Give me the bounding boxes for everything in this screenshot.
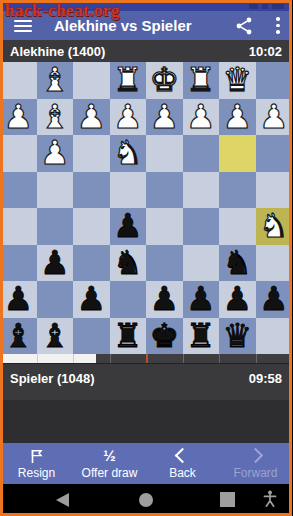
forward-button[interactable]: Forward bbox=[219, 443, 292, 484]
square-f3[interactable] bbox=[73, 135, 110, 172]
android-recents-icon[interactable] bbox=[220, 492, 235, 507]
overflow-menu-icon[interactable] bbox=[276, 17, 280, 34]
chess-board[interactable]: ♝♜♚♜♛♟♝♟♟♟♟♟♟♟♞♟♞♟♞♞♟♟♟♟♟♟♝♝♜♚♜♛ bbox=[0, 62, 292, 354]
progress-divider bbox=[183, 354, 184, 363]
android-nav-bar bbox=[0, 484, 292, 516]
white-pawn: ♟ bbox=[0, 99, 37, 136]
android-back-icon[interactable] bbox=[56, 493, 69, 507]
square-f5[interactable] bbox=[73, 208, 110, 245]
square-g7[interactable] bbox=[37, 281, 74, 318]
player-name: Spieler (1048) bbox=[10, 371, 95, 386]
square-c7[interactable]: ♟ bbox=[183, 281, 220, 318]
player-clock: 09:58 bbox=[249, 371, 282, 386]
black-rook: ♜ bbox=[110, 318, 147, 355]
square-d5[interactable] bbox=[146, 208, 183, 245]
square-a4[interactable] bbox=[256, 172, 293, 209]
white-pawn: ♟ bbox=[73, 99, 110, 136]
black-bishop: ♝ bbox=[0, 318, 37, 355]
square-h3[interactable] bbox=[0, 135, 37, 172]
white-queen: ♛ bbox=[219, 62, 256, 99]
white-pawn: ♟ bbox=[183, 99, 220, 136]
square-e7[interactable] bbox=[110, 281, 147, 318]
opponent-bar: Alekhine (1400) 10:02 bbox=[0, 40, 292, 62]
bottom-toolbar: Resign ½ Offer draw Back Forward bbox=[0, 443, 292, 484]
offer-draw-label: Offer draw bbox=[82, 466, 138, 480]
square-g4[interactable] bbox=[37, 172, 74, 209]
black-pawn: ♟ bbox=[73, 281, 110, 318]
square-b3[interactable] bbox=[219, 135, 256, 172]
signal-icon bbox=[249, 4, 258, 9]
black-knight: ♞ bbox=[110, 245, 147, 282]
square-a2[interactable]: ♟ bbox=[256, 99, 293, 136]
square-d3[interactable] bbox=[146, 135, 183, 172]
half-point-icon: ½ bbox=[103, 447, 116, 464]
back-label: Back bbox=[169, 466, 196, 480]
white-pawn: ♟ bbox=[110, 99, 147, 136]
square-h2[interactable]: ♟ bbox=[0, 99, 37, 136]
square-h5[interactable] bbox=[0, 208, 37, 245]
progress-divider bbox=[219, 354, 220, 363]
black-bishop: ♝ bbox=[37, 318, 74, 355]
square-g8[interactable]: ♝ bbox=[37, 318, 74, 355]
battery-icon bbox=[262, 4, 268, 9]
progress-thumb[interactable] bbox=[0, 354, 96, 363]
square-a1[interactable] bbox=[256, 62, 293, 99]
square-h8[interactable]: ♝ bbox=[0, 318, 37, 355]
square-b7[interactable]: ♟ bbox=[219, 281, 256, 318]
square-c6[interactable] bbox=[183, 245, 220, 282]
square-d2[interactable]: ♟ bbox=[146, 99, 183, 136]
square-f6[interactable] bbox=[73, 245, 110, 282]
black-king: ♚ bbox=[146, 318, 183, 355]
square-b8[interactable]: ♛ bbox=[219, 318, 256, 355]
player-bar: Spieler (1048) 09:58 bbox=[0, 364, 292, 400]
black-pawn: ♟ bbox=[256, 281, 293, 318]
square-d6[interactable] bbox=[146, 245, 183, 282]
square-g6[interactable]: ♟ bbox=[37, 245, 74, 282]
square-e5[interactable]: ♟ bbox=[110, 208, 147, 245]
square-h6[interactable] bbox=[0, 245, 37, 282]
accessibility-icon[interactable] bbox=[261, 489, 279, 509]
white-pawn: ♟ bbox=[37, 135, 74, 172]
white-bishop: ♝ bbox=[37, 99, 74, 136]
square-c1[interactable]: ♜ bbox=[183, 62, 220, 99]
square-e3[interactable]: ♞ bbox=[110, 135, 147, 172]
white-knight: ♞ bbox=[256, 208, 293, 245]
white-rook: ♜ bbox=[110, 62, 147, 99]
progress-divider bbox=[256, 354, 257, 363]
chevron-left-icon bbox=[177, 447, 188, 464]
square-a8[interactable] bbox=[256, 318, 293, 355]
square-b2[interactable]: ♟ bbox=[219, 99, 256, 136]
black-pawn: ♟ bbox=[37, 245, 74, 282]
square-d7[interactable]: ♟ bbox=[146, 281, 183, 318]
back-button[interactable]: Back bbox=[146, 443, 219, 484]
black-rook: ♜ bbox=[183, 318, 220, 355]
resign-button[interactable]: Resign bbox=[0, 443, 73, 484]
share-icon[interactable] bbox=[234, 16, 254, 36]
white-pawn: ♟ bbox=[219, 99, 256, 136]
square-c2[interactable]: ♟ bbox=[183, 99, 220, 136]
resign-label: Resign bbox=[18, 466, 55, 480]
white-pawn: ♟ bbox=[256, 99, 293, 136]
square-g3[interactable]: ♟ bbox=[37, 135, 74, 172]
square-b1[interactable]: ♛ bbox=[219, 62, 256, 99]
black-pawn: ♟ bbox=[0, 281, 37, 318]
square-a3[interactable] bbox=[256, 135, 293, 172]
square-b5[interactable] bbox=[219, 208, 256, 245]
square-e8[interactable]: ♜ bbox=[110, 318, 147, 355]
square-b4[interactable] bbox=[219, 172, 256, 209]
square-e1[interactable]: ♜ bbox=[110, 62, 147, 99]
black-pawn: ♟ bbox=[146, 281, 183, 318]
forward-label: Forward bbox=[233, 466, 277, 480]
progress-divider bbox=[110, 354, 111, 363]
opponent-clock: 10:02 bbox=[249, 44, 282, 59]
square-c4[interactable] bbox=[183, 172, 220, 209]
watermark-text: hack-cheat.org bbox=[5, 1, 120, 21]
white-pawn: ♟ bbox=[146, 99, 183, 136]
square-c3[interactable] bbox=[183, 135, 220, 172]
white-rook: ♜ bbox=[183, 62, 220, 99]
progress-divider bbox=[37, 354, 38, 363]
black-pawn: ♟ bbox=[110, 208, 147, 245]
square-f8[interactable] bbox=[73, 318, 110, 355]
chess-app-screen: hack-cheat.org Alekhine vs Spieler Alekh… bbox=[0, 0, 292, 516]
square-g5[interactable] bbox=[37, 208, 74, 245]
square-c8[interactable]: ♜ bbox=[183, 318, 220, 355]
square-a7[interactable]: ♟ bbox=[256, 281, 293, 318]
square-f7[interactable]: ♟ bbox=[73, 281, 110, 318]
square-h7[interactable]: ♟ bbox=[0, 281, 37, 318]
clock-icon bbox=[272, 4, 284, 9]
offer-draw-button[interactable]: ½ Offer draw bbox=[73, 443, 146, 484]
black-pawn: ♟ bbox=[219, 281, 256, 318]
move-list-area bbox=[0, 400, 292, 443]
white-bishop: ♝ bbox=[37, 62, 74, 99]
square-g1[interactable]: ♝ bbox=[37, 62, 74, 99]
square-e2[interactable]: ♟ bbox=[110, 99, 147, 136]
progress-divider bbox=[73, 354, 74, 363]
white-knight: ♞ bbox=[110, 135, 147, 172]
opponent-name: Alekhine (1400) bbox=[10, 44, 105, 59]
android-home-icon[interactable] bbox=[139, 493, 153, 507]
square-a6[interactable] bbox=[256, 245, 293, 282]
square-h1[interactable] bbox=[0, 62, 37, 99]
square-e6[interactable]: ♞ bbox=[110, 245, 147, 282]
square-d4[interactable] bbox=[146, 172, 183, 209]
black-knight: ♞ bbox=[219, 245, 256, 282]
square-d8[interactable]: ♚ bbox=[146, 318, 183, 355]
square-f4[interactable] bbox=[73, 172, 110, 209]
square-g2[interactable]: ♝ bbox=[37, 99, 74, 136]
square-d1[interactable]: ♚ bbox=[146, 62, 183, 99]
game-progress-bar[interactable] bbox=[0, 354, 292, 364]
square-f1[interactable] bbox=[73, 62, 110, 99]
black-pawn: ♟ bbox=[183, 281, 220, 318]
square-a5[interactable]: ♞ bbox=[256, 208, 293, 245]
flag-icon bbox=[28, 447, 46, 464]
square-c5[interactable] bbox=[183, 208, 220, 245]
white-king: ♚ bbox=[146, 62, 183, 99]
square-e4[interactable] bbox=[110, 172, 147, 209]
square-f2[interactable]: ♟ bbox=[73, 99, 110, 136]
status-icons bbox=[249, 4, 284, 9]
square-h4[interactable] bbox=[0, 172, 37, 209]
black-queen: ♛ bbox=[219, 318, 256, 355]
square-b6[interactable]: ♞ bbox=[219, 245, 256, 282]
chevron-right-icon bbox=[250, 447, 261, 464]
progress-center-tick bbox=[146, 354, 148, 363]
